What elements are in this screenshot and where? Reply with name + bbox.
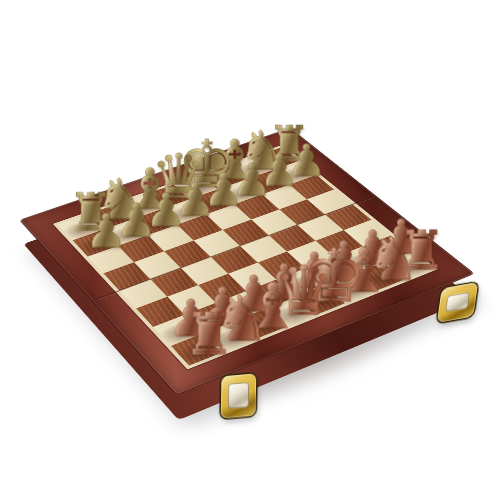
product-photo: ♜♞♝♛♚♝♞♜♟♟♟♟♟♟♟♟♟♟♟♟♟♟♟♟♜♞♝♛♚♝♞♜ <box>0 0 500 500</box>
gold-clasp-left <box>221 373 257 418</box>
piece-glyph: ♟ <box>68 208 144 254</box>
piece-glyph: ♜ <box>167 305 251 362</box>
clasp-panel <box>228 382 249 409</box>
piece-copper-rook-a1: ♜ <box>171 333 222 365</box>
piece-bronze-pawn-a7: ♟ <box>73 229 118 256</box>
